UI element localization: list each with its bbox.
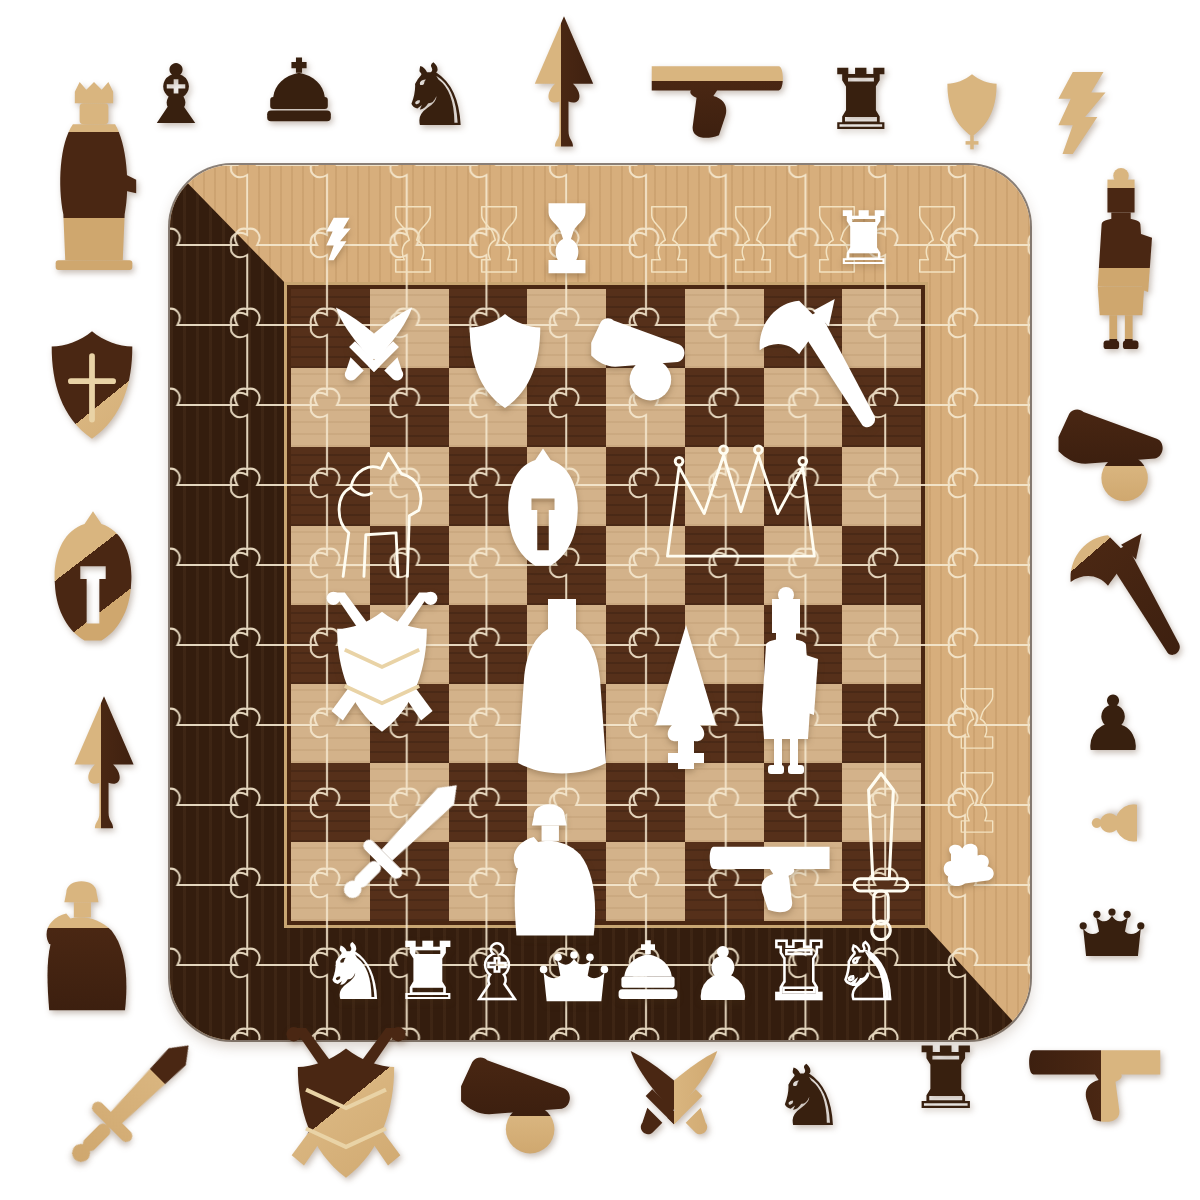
piece-pistol-bottom — [1024, 1030, 1164, 1130]
piece-imperial-crown-top — [260, 56, 338, 128]
puzzle-photo: ♜♞♜♝♟♜♞ ♝♞♜♟♟♜♞ — [0, 0, 1200, 1200]
piece-shield-cross-left — [44, 324, 140, 446]
piece-shield-swords — [274, 1026, 418, 1190]
piece-cannon-bottom — [448, 1052, 588, 1156]
piece-pistol-top — [648, 46, 788, 146]
piece-pawn-sideways: ♟ — [1083, 783, 1149, 863]
piece-knight-top: ♞ — [402, 50, 470, 140]
piece-spear-left — [64, 694, 144, 842]
piece-sword-bottom-left — [51, 1021, 212, 1182]
piece-spear-top — [520, 14, 608, 160]
piece-zigzag — [1048, 70, 1118, 156]
piece-rook-bottom: ♜ — [912, 1032, 980, 1124]
piece-cannon-right — [1046, 404, 1180, 504]
piece-rook-top: ♜ — [828, 56, 894, 144]
piece-bishop-top: ♝ — [144, 52, 208, 138]
piece-axe-right — [1050, 526, 1194, 666]
piece-helmet-left — [40, 496, 146, 660]
piece-knight-bottom: ♞ — [774, 1050, 844, 1142]
piece-crossed-swords — [624, 1046, 724, 1146]
piece-shield-badge — [936, 72, 1008, 154]
piece-seated-king — [48, 80, 140, 272]
scattered-puzzle-pieces: ♝♞♜♟♟♜♞ — [0, 0, 1200, 1200]
piece-toy-soldier-right — [1086, 166, 1156, 352]
piece-soldier-bust-left — [30, 870, 148, 1014]
piece-pawn-small: ♟ — [1084, 684, 1142, 764]
piece-coronet-right — [1076, 896, 1148, 970]
